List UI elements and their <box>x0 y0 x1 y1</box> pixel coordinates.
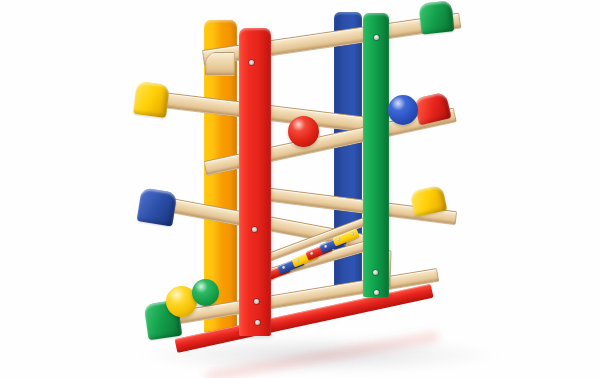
track-1-drop-notch <box>205 52 235 76</box>
end-cap-blue-left <box>137 187 178 226</box>
screw-icon <box>373 270 378 275</box>
ball-green <box>192 279 219 306</box>
screw-icon <box>254 299 259 304</box>
red-support-beam <box>239 28 271 336</box>
screw-icon <box>374 35 379 40</box>
screw-icon <box>249 60 254 65</box>
screw-icon <box>255 320 260 325</box>
ball-red <box>288 116 319 147</box>
ball-blue <box>388 95 418 125</box>
screw-icon <box>252 227 257 232</box>
end-cap-green-top-right <box>418 0 454 34</box>
product-photo-wooden-marble-run <box>0 0 600 378</box>
green-support-beam <box>363 13 389 297</box>
screw-icon <box>374 290 379 295</box>
end-cap-yellow-left <box>133 81 170 118</box>
